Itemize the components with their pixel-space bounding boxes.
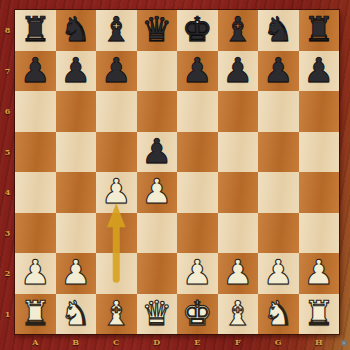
white-pawn: ♟: [101, 174, 131, 208]
rank-label-3: 3: [0, 213, 15, 254]
black-pawn: ♟: [182, 53, 212, 87]
square-g8[interactable]: ♞: [258, 10, 299, 51]
rank-label-7: 7: [0, 51, 15, 92]
square-f6[interactable]: [218, 91, 259, 132]
square-g3[interactable]: [258, 213, 299, 254]
square-g7[interactable]: ♟: [258, 51, 299, 92]
square-g4[interactable]: [258, 172, 299, 213]
square-h6[interactable]: [299, 91, 340, 132]
square-b3[interactable]: [56, 213, 97, 254]
square-c5[interactable]: [96, 132, 137, 173]
square-a4[interactable]: [15, 172, 56, 213]
square-e5[interactable]: [177, 132, 218, 173]
square-h4[interactable]: [299, 172, 340, 213]
square-f1[interactable]: ♝: [218, 294, 259, 335]
black-pawn: ♟: [304, 53, 334, 87]
white-queen: ♛: [142, 296, 172, 330]
square-a8[interactable]: ♜: [15, 10, 56, 51]
square-g6[interactable]: [258, 91, 299, 132]
file-label-c: C: [96, 335, 137, 349]
square-d3[interactable]: [137, 213, 178, 254]
square-d7[interactable]: [137, 51, 178, 92]
square-a5[interactable]: [15, 132, 56, 173]
square-f4[interactable]: [218, 172, 259, 213]
square-g5[interactable]: [258, 132, 299, 173]
white-pawn: ♟: [304, 255, 334, 289]
square-e7[interactable]: ♟: [177, 51, 218, 92]
square-f5[interactable]: [218, 132, 259, 173]
rank-label-2: 2: [0, 253, 15, 294]
square-b8[interactable]: ♞: [56, 10, 97, 51]
square-e8[interactable]: ♚: [177, 10, 218, 51]
white-pawn: ♟: [20, 255, 50, 289]
black-rook: ♜: [20, 12, 50, 46]
white-bishop: ♝: [101, 296, 131, 330]
file-label-g: G: [258, 335, 299, 349]
black-bishop: ♝: [223, 12, 253, 46]
square-c1[interactable]: ♝: [96, 294, 137, 335]
black-king: ♚: [182, 12, 212, 46]
square-d2[interactable]: [137, 253, 178, 294]
white-rook: ♜: [304, 296, 334, 330]
square-d1[interactable]: ♛: [137, 294, 178, 335]
file-label-e: E: [177, 335, 218, 349]
chess-board-frame: ♜♞♝♛♚♝♞♜♟♟♟♟♟♟♟♟♟♟♟♟♟♟♟♟♜♞♝♛♚♝♞♜ 1234567…: [0, 0, 350, 350]
square-c2[interactable]: [96, 253, 137, 294]
square-c8[interactable]: ♝: [96, 10, 137, 51]
white-pawn: ♟: [61, 255, 91, 289]
square-a2[interactable]: ♟: [15, 253, 56, 294]
square-b2[interactable]: ♟: [56, 253, 97, 294]
white-rook: ♜: [20, 296, 50, 330]
square-g1[interactable]: ♞: [258, 294, 299, 335]
square-d8[interactable]: ♛: [137, 10, 178, 51]
rank-label-1: 1: [0, 294, 15, 335]
file-label-d: D: [137, 335, 178, 349]
rank-label-8: 8: [0, 10, 15, 51]
square-f3[interactable]: [218, 213, 259, 254]
file-label-f: F: [218, 335, 259, 349]
white-pawn: ♟: [142, 174, 172, 208]
white-knight: ♞: [61, 296, 91, 330]
square-f2[interactable]: ♟: [218, 253, 259, 294]
black-pawn: ♟: [263, 53, 293, 87]
black-pawn: ♟: [142, 134, 172, 168]
square-h2[interactable]: ♟: [299, 253, 340, 294]
square-a7[interactable]: ♟: [15, 51, 56, 92]
white-pawn: ♟: [182, 255, 212, 289]
square-d4[interactable]: ♟: [137, 172, 178, 213]
square-a6[interactable]: [15, 91, 56, 132]
board: ♜♞♝♛♚♝♞♜♟♟♟♟♟♟♟♟♟♟♟♟♟♟♟♟♜♞♝♛♚♝♞♜: [15, 10, 339, 334]
square-g2[interactable]: ♟: [258, 253, 299, 294]
white-pawn: ♟: [223, 255, 253, 289]
square-c6[interactable]: [96, 91, 137, 132]
black-knight: ♞: [263, 12, 293, 46]
square-e4[interactable]: [177, 172, 218, 213]
square-h5[interactable]: [299, 132, 340, 173]
black-pawn: ♟: [20, 53, 50, 87]
square-h1[interactable]: ♜: [299, 294, 340, 335]
black-bishop: ♝: [101, 12, 131, 46]
corner-dot: [341, 340, 347, 346]
rank-label-5: 5: [0, 132, 15, 173]
file-label-b: B: [56, 335, 97, 349]
rank-label-6: 6: [0, 91, 15, 132]
white-knight: ♞: [263, 296, 293, 330]
square-e2[interactable]: ♟: [177, 253, 218, 294]
square-h7[interactable]: ♟: [299, 51, 340, 92]
square-a1[interactable]: ♜: [15, 294, 56, 335]
file-label-a: A: [15, 335, 56, 349]
file-label-h: H: [299, 335, 340, 349]
square-b7[interactable]: ♟: [56, 51, 97, 92]
black-pawn: ♟: [223, 53, 253, 87]
square-h8[interactable]: ♜: [299, 10, 340, 51]
square-e6[interactable]: [177, 91, 218, 132]
square-b4[interactable]: [56, 172, 97, 213]
square-e1[interactable]: ♚: [177, 294, 218, 335]
square-e3[interactable]: [177, 213, 218, 254]
square-b5[interactable]: [56, 132, 97, 173]
white-pawn: ♟: [263, 255, 293, 289]
square-a3[interactable]: [15, 213, 56, 254]
black-pawn: ♟: [61, 53, 91, 87]
rank-label-4: 4: [0, 172, 15, 213]
square-f8[interactable]: ♝: [218, 10, 259, 51]
square-c7[interactable]: ♟: [96, 51, 137, 92]
square-c4[interactable]: ♟: [96, 172, 137, 213]
black-knight: ♞: [61, 12, 91, 46]
white-bishop: ♝: [223, 296, 253, 330]
black-rook: ♜: [304, 12, 334, 46]
square-d5[interactable]: ♟: [137, 132, 178, 173]
square-f7[interactable]: ♟: [218, 51, 259, 92]
square-c3[interactable]: [96, 213, 137, 254]
square-b6[interactable]: [56, 91, 97, 132]
square-h3[interactable]: [299, 213, 340, 254]
square-b1[interactable]: ♞: [56, 294, 97, 335]
black-pawn: ♟: [101, 53, 131, 87]
white-king: ♚: [182, 296, 212, 330]
square-d6[interactable]: [137, 91, 178, 132]
black-queen: ♛: [142, 12, 172, 46]
